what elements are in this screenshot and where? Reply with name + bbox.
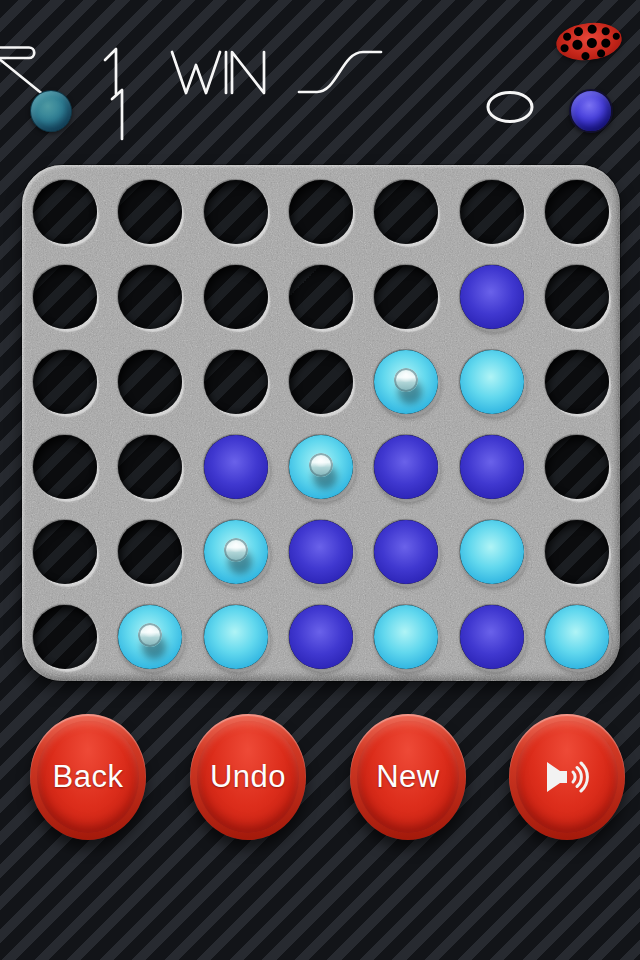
board-cell-r2c7[interactable]	[535, 254, 620, 339]
board-hole	[33, 180, 97, 244]
back-button-label: Back	[53, 759, 124, 795]
game-screen: { "game": "Connect Four (Four in a Row)"…	[0, 0, 640, 960]
teal-disc	[204, 520, 268, 584]
board-cell-r2c6[interactable]	[449, 254, 534, 339]
board-cell-r6c4[interactable]	[278, 594, 363, 679]
board-cell-r1c2[interactable]	[107, 169, 192, 254]
back-button[interactable]: Back	[30, 714, 146, 840]
blue-disc	[374, 435, 438, 499]
board-cell-r3c3[interactable]	[193, 339, 278, 424]
board-cell-r4c4[interactable]	[278, 424, 363, 509]
board-hole	[460, 520, 524, 584]
board-cell-r6c2[interactable]	[107, 594, 192, 679]
blue-disc	[289, 605, 353, 669]
board-cell-r4c3[interactable]	[193, 424, 278, 509]
board-hole	[204, 180, 268, 244]
board-hole	[118, 265, 182, 329]
board-hole	[374, 350, 438, 414]
board-cell-r5c3[interactable]	[193, 509, 278, 594]
connect-four-board	[22, 165, 620, 681]
board-hole	[33, 435, 97, 499]
board-hole	[118, 435, 182, 499]
board-cell-r3c6[interactable]	[449, 339, 534, 424]
board-cell-r5c6[interactable]	[449, 509, 534, 594]
board-cell-r4c6[interactable]	[449, 424, 534, 509]
board-hole	[374, 265, 438, 329]
blue-disc	[460, 265, 524, 329]
board-cell-r4c2[interactable]	[107, 424, 192, 509]
board-hole	[374, 435, 438, 499]
board-hole	[460, 265, 524, 329]
header-banner	[0, 0, 640, 150]
board-hole	[204, 435, 268, 499]
board-hole	[460, 180, 524, 244]
player1-score	[112, 90, 122, 139]
teal-disc	[460, 350, 524, 414]
teal-disc	[545, 605, 609, 669]
board-hole	[118, 180, 182, 244]
board-hole	[289, 265, 353, 329]
board-hole	[460, 350, 524, 414]
board-cell-r4c5[interactable]	[364, 424, 449, 509]
board-cell-r1c4[interactable]	[278, 169, 363, 254]
new-button-face: New	[357, 721, 459, 833]
sound-button[interactable]	[509, 714, 625, 840]
teal-disc	[118, 605, 182, 669]
undo-button-face: Undo	[197, 721, 299, 833]
board-hole	[118, 520, 182, 584]
blue-disc	[289, 520, 353, 584]
board-cell-r3c7[interactable]	[535, 339, 620, 424]
glyph-R-partial	[0, 48, 45, 97]
glyph-banner-1	[105, 49, 116, 94]
board-cell-r2c1[interactable]	[22, 254, 107, 339]
board-cell-r2c3[interactable]	[193, 254, 278, 339]
board-hole	[289, 180, 353, 244]
winning-line-marker	[309, 453, 333, 477]
player1-ball-icon	[30, 90, 72, 132]
board-cell-r1c6[interactable]	[449, 169, 534, 254]
winning-line-marker	[394, 368, 418, 392]
board-cell-r3c2[interactable]	[107, 339, 192, 424]
board-cell-r5c2[interactable]	[107, 509, 192, 594]
blue-disc	[204, 435, 268, 499]
blue-disc	[374, 520, 438, 584]
undo-button-label: Undo	[210, 759, 286, 795]
sound-button-face	[516, 721, 618, 833]
board-cell-r2c2[interactable]	[107, 254, 192, 339]
board-hole	[545, 435, 609, 499]
board-hole	[374, 605, 438, 669]
board-hole	[289, 605, 353, 669]
board-hole	[118, 605, 182, 669]
board-hole	[545, 605, 609, 669]
glyph-WINS	[172, 52, 381, 93]
board-hole	[204, 265, 268, 329]
board-cell-r4c1[interactable]	[22, 424, 107, 509]
undo-button[interactable]: Undo	[190, 714, 306, 840]
board-cell-r1c1[interactable]	[22, 169, 107, 254]
new-game-button[interactable]: New	[350, 714, 466, 840]
board-cell-r3c5[interactable]	[364, 339, 449, 424]
board-cell-r5c1[interactable]	[22, 509, 107, 594]
player2-score	[488, 93, 532, 122]
board-hole	[460, 605, 524, 669]
board-hole	[33, 265, 97, 329]
board-cell-r2c4[interactable]	[278, 254, 363, 339]
board-hole	[374, 520, 438, 584]
board-hole	[118, 350, 182, 414]
teal-disc	[460, 520, 524, 584]
teal-disc	[289, 435, 353, 499]
blue-disc	[460, 605, 524, 669]
board-cell-r3c1[interactable]	[22, 339, 107, 424]
board-cell-r5c5[interactable]	[364, 509, 449, 594]
board-cell-r6c7[interactable]	[535, 594, 620, 679]
board-hole	[545, 520, 609, 584]
board-cell-r5c7[interactable]	[535, 509, 620, 594]
board-cell-r5c4[interactable]	[278, 509, 363, 594]
teal-disc	[374, 605, 438, 669]
winning-line-marker	[224, 538, 248, 562]
board-hole	[33, 605, 97, 669]
board-hole	[545, 350, 609, 414]
board-cell-r3c4[interactable]	[278, 339, 363, 424]
board-hole	[289, 520, 353, 584]
board-cell-r6c6[interactable]	[449, 594, 534, 679]
teal-disc	[204, 605, 268, 669]
winning-line-marker	[138, 623, 162, 647]
board-cell-r6c1[interactable]	[22, 594, 107, 679]
teal-disc	[374, 350, 438, 414]
board-hole	[374, 180, 438, 244]
board-cell-r4c7[interactable]	[535, 424, 620, 509]
back-button-face: Back	[37, 721, 139, 833]
board-grid	[22, 165, 620, 681]
board-hole	[204, 350, 268, 414]
board-hole	[289, 435, 353, 499]
board-hole	[460, 435, 524, 499]
board-cell-r6c3[interactable]	[193, 594, 278, 679]
player2-ball-icon	[569, 89, 613, 133]
board-hole	[204, 605, 268, 669]
board-hole	[204, 520, 268, 584]
board-hole	[289, 350, 353, 414]
board-cell-r1c3[interactable]	[193, 169, 278, 254]
speaker-icon	[543, 755, 591, 799]
board-cell-r2c5[interactable]	[364, 254, 449, 339]
board-hole	[33, 350, 97, 414]
new-button-label: New	[376, 759, 440, 795]
board-hole	[545, 265, 609, 329]
board-cell-r1c5[interactable]	[364, 169, 449, 254]
board-hole	[33, 520, 97, 584]
board-hole	[545, 180, 609, 244]
blue-disc	[460, 435, 524, 499]
board-cell-r1c7[interactable]	[535, 169, 620, 254]
board-cell-r6c5[interactable]	[364, 594, 449, 679]
